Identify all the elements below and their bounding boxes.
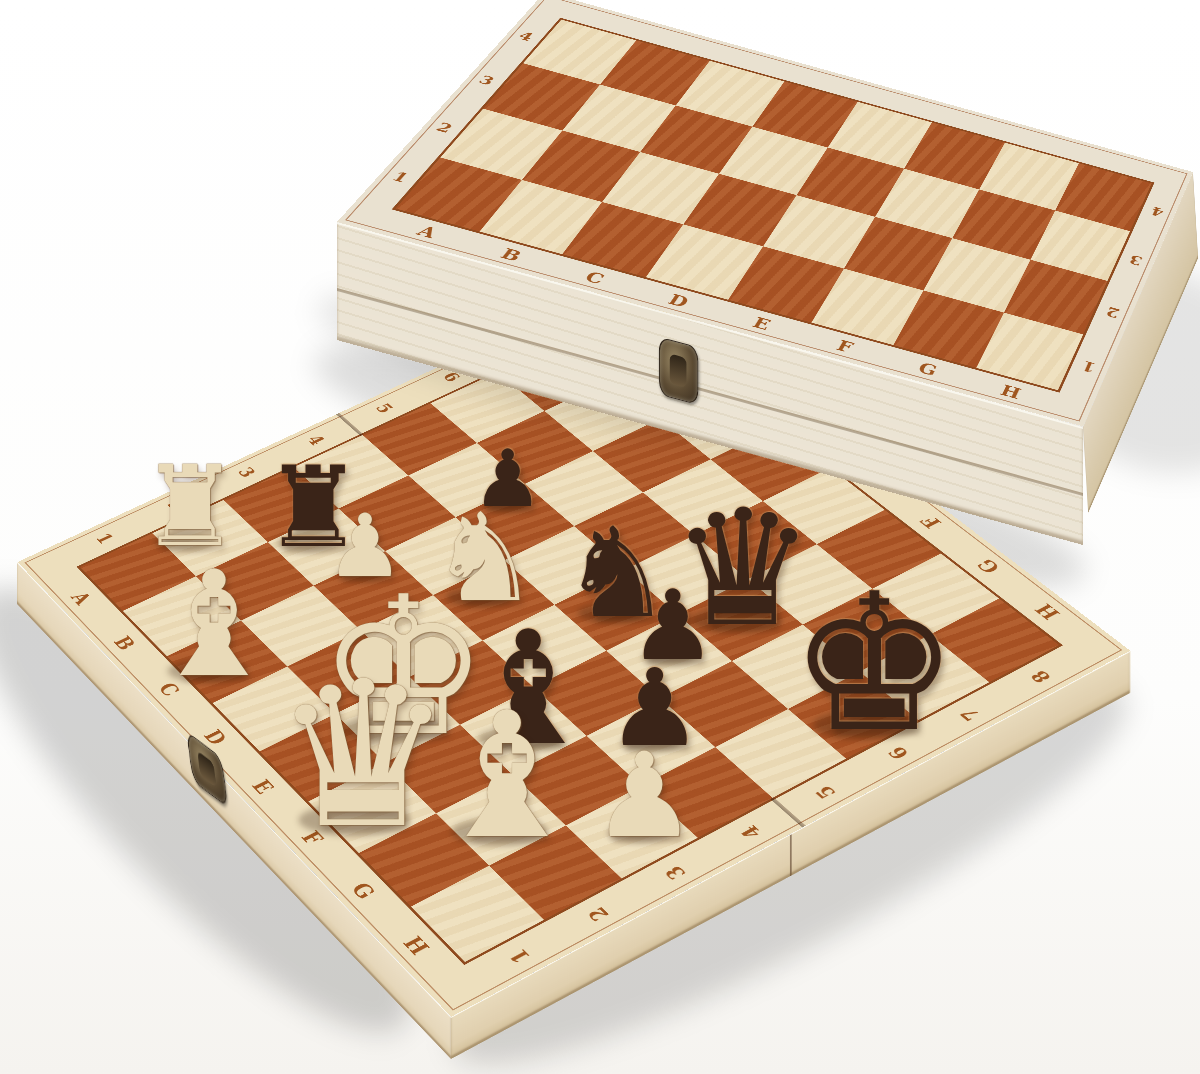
pieces-layer: ♜♝♟♞♚♛♝♟♜♟♞♝♟♛♟♚	[0, 0, 1200, 1074]
scene: AABBCCDDEEFFGGHH8877665544332211 ABCDEFG…	[0, 0, 1200, 1074]
piece-white-bishop-g2: ♝	[429, 690, 585, 864]
piece-white-queen-f1: ♛	[272, 655, 453, 857]
piece-white-bishop-c1: ♝	[148, 552, 279, 698]
piece-white-pawn-h3: ♟	[592, 737, 697, 854]
piece-black-king-h7: ♚	[789, 569, 959, 759]
